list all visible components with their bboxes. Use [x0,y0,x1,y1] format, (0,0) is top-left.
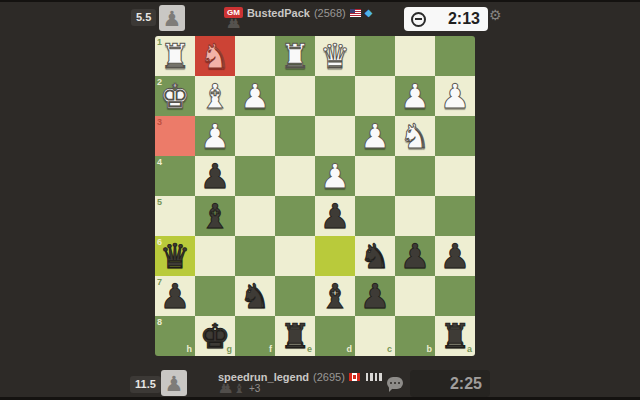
square-d1[interactable]: ♛ [315,36,355,76]
piece-white-bishop-g2[interactable]: ♝ [195,76,235,116]
piece-white-rook-e1[interactable]: ♜ [275,36,315,76]
square-c6[interactable]: ♞ [355,236,395,276]
square-a3[interactable] [435,116,475,156]
rank-label-5: 5 [157,198,162,207]
square-g8[interactable]: g♚ [195,316,235,356]
bottom-player-rating: (2695) [313,371,345,383]
square-a1[interactable] [435,36,475,76]
top-player-rating: (2568) [314,7,346,19]
square-e5[interactable] [275,196,315,236]
piece-black-knight-c6[interactable]: ♞ [355,236,395,276]
piece-white-pawn-d4[interactable]: ♟ [315,156,355,196]
canada-flag-icon [349,373,360,381]
piece-white-king-h2[interactable]: ♚ [155,76,195,116]
piece-white-pawn-g3[interactable]: ♟ [195,116,235,156]
app-background: 5.5 ♟ GM BustedPack (2568) ◆ ♟♟ 2:13 ⚙ 1… [0,0,640,400]
square-e2[interactable] [275,76,315,116]
square-a5[interactable] [435,196,475,236]
square-b2[interactable]: ♟ [395,76,435,116]
piece-black-pawn-b6[interactable]: ♟ [395,236,435,276]
square-h5[interactable]: 5 [155,196,195,236]
square-g3[interactable]: ♟ [195,116,235,156]
file-label-h: h [187,345,193,354]
square-a4[interactable] [435,156,475,196]
square-a6[interactable]: ♟ [435,236,475,276]
square-c2[interactable] [355,76,395,116]
chat-bubble-icon[interactable] [387,377,403,389]
square-d3[interactable] [315,116,355,156]
square-g2[interactable]: ♝ [195,76,235,116]
piece-black-knight-f7[interactable]: ♞ [235,276,275,316]
piece-black-pawn-h7[interactable]: ♟ [155,276,195,316]
square-g5[interactable]: ♝ [195,196,235,236]
rank-label-8: 8 [157,318,162,327]
piece-black-rook-a8[interactable]: ♜ [435,316,475,356]
diamond-membership-icon: ◆ [365,8,373,18]
square-c8[interactable]: c [355,316,395,356]
square-g6[interactable] [195,236,235,276]
square-e7[interactable] [275,276,315,316]
piece-white-pawn-f2[interactable]: ♟ [235,76,275,116]
square-b8[interactable]: b [395,316,435,356]
us-flag-icon [350,9,361,17]
square-c1[interactable] [355,36,395,76]
top-player-match-score: 5.5 [131,9,156,26]
square-h4[interactable]: 4 [155,156,195,196]
square-a2[interactable]: ♟ [435,76,475,116]
square-e8[interactable]: e♜ [275,316,315,356]
square-c5[interactable] [355,196,395,236]
settings-gear-icon[interactable]: ⚙ [489,8,502,22]
piece-white-knight-b3[interactable]: ♞ [395,116,435,156]
square-f1[interactable] [235,36,275,76]
square-b5[interactable] [395,196,435,236]
square-d7[interactable]: ♝ [315,276,355,316]
clock-icon [411,12,426,27]
rank-label-4: 4 [157,158,162,167]
square-h1[interactable]: 1♜ [155,36,195,76]
square-e3[interactable] [275,116,315,156]
square-a7[interactable] [435,276,475,316]
captured-pawns-icon: ♟♟ [218,383,233,395]
file-label-b: b [427,345,433,354]
square-f4[interactable] [235,156,275,196]
square-c7[interactable]: ♟ [355,276,395,316]
piece-black-bishop-g5[interactable]: ♝ [195,196,235,236]
piece-white-pawn-b2[interactable]: ♟ [395,76,435,116]
square-d4[interactable]: ♟ [315,156,355,196]
captured-bishop-icon: ♝ [233,383,245,395]
square-f5[interactable] [235,196,275,236]
bottom-player-captured-pieces: ♟♟ ♝ +3 [218,383,260,395]
piece-black-rook-e8[interactable]: ♜ [275,316,315,356]
piece-black-king-g8[interactable]: ♚ [195,316,235,356]
file-label-c: c [387,345,392,354]
top-player-name-row: GM BustedPack (2568) ◆ [224,6,372,19]
square-b4[interactable] [395,156,435,196]
square-f3[interactable] [235,116,275,156]
square-b6[interactable]: ♟ [395,236,435,276]
piece-white-pawn-a2[interactable]: ♟ [435,76,475,116]
bottom-player-name[interactable]: speedrun_legend [218,371,309,383]
square-f6[interactable] [235,236,275,276]
square-e1[interactable]: ♜ [275,36,315,76]
square-b3[interactable]: ♞ [395,116,435,156]
chess-board: 1♜♞♜♛2♚♝♟♟♟3♟♟♞4♟♟5♝♟6♛♞♟♟7♟♞♝♟8hg♚fe♜dc… [155,36,475,356]
streak-bars-icon [366,373,382,381]
square-h7[interactable]: 7♟ [155,276,195,316]
piece-black-pawn-c7[interactable]: ♟ [355,276,395,316]
square-h3[interactable]: 3 [155,116,195,156]
square-d6[interactable] [315,236,355,276]
square-d8[interactable]: d [315,316,355,356]
piece-white-pawn-c3[interactable]: ♟ [355,116,395,156]
square-f7[interactable]: ♞ [235,276,275,316]
file-label-f: f [269,345,272,354]
window-top-edge [0,0,640,2]
top-player-avatar[interactable]: ♟ [159,5,185,31]
square-g1[interactable]: ♞ [195,36,235,76]
pawn-avatar-icon: ♟ [165,372,184,396]
square-e4[interactable] [275,156,315,196]
piece-black-bishop-d7[interactable]: ♝ [315,276,355,316]
square-g7[interactable] [195,276,235,316]
top-player-name[interactable]: BustedPack [247,7,310,19]
square-c3[interactable]: ♟ [355,116,395,156]
square-h6[interactable]: 6♛ [155,236,195,276]
rank-label-3: 3 [157,118,162,127]
bottom-player-time: 2:25 [410,375,490,393]
top-player-captured-pieces: ♟♟ [226,18,241,30]
piece-white-knight-g1[interactable]: ♞ [195,36,235,76]
piece-white-queen-d1[interactable]: ♛ [315,36,355,76]
piece-black-pawn-g4[interactable]: ♟ [195,156,235,196]
square-d2[interactable] [315,76,355,116]
pawn-avatar-icon: ♟ [163,7,182,31]
square-h2[interactable]: 2♚ [155,76,195,116]
square-e6[interactable] [275,236,315,276]
square-h8[interactable]: 8h [155,316,195,356]
bottom-player-avatar[interactable]: ♟ [161,370,187,396]
square-g4[interactable]: ♟ [195,156,235,196]
captured-pawns-icon: ♟♟ [226,18,241,30]
file-label-d: d [347,345,353,354]
material-advantage: +3 [249,383,260,395]
piece-black-pawn-a6[interactable]: ♟ [435,236,475,276]
square-c4[interactable] [355,156,395,196]
square-b1[interactable] [395,36,435,76]
piece-black-pawn-d5[interactable]: ♟ [315,196,355,236]
piece-white-rook-h1[interactable]: ♜ [155,36,195,76]
bottom-player-clock: 2:25 [410,370,490,397]
square-b7[interactable] [395,276,435,316]
square-f8[interactable]: f [235,316,275,356]
top-player-clock: 2:13 [404,7,488,31]
top-player-time: 2:13 [426,10,488,28]
square-a8[interactable]: a♜ [435,316,475,356]
square-d5[interactable]: ♟ [315,196,355,236]
bottom-player-match-score: 11.5 [130,376,161,393]
square-f2[interactable]: ♟ [235,76,275,116]
piece-black-queen-h6[interactable]: ♛ [155,236,195,276]
